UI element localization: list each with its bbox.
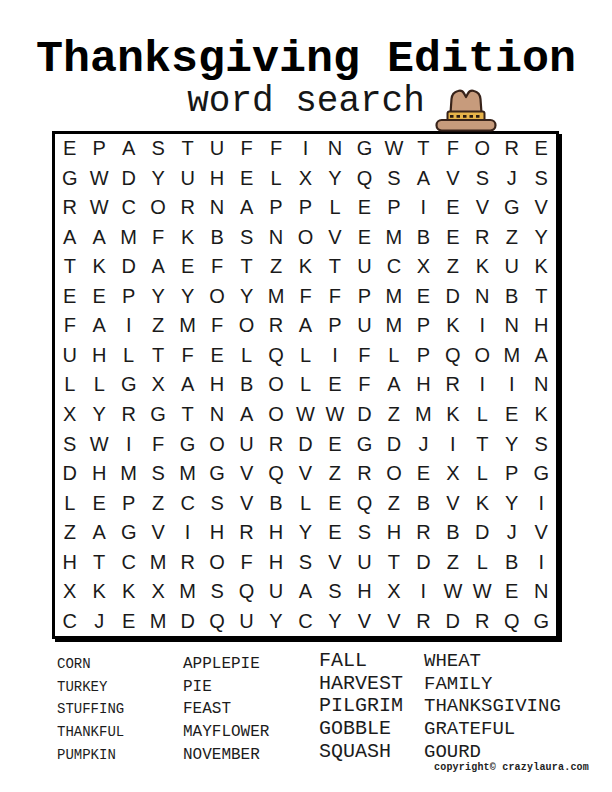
word-list-item: APPLEPIE	[183, 653, 269, 676]
grid-cell[interactable]: E	[497, 577, 526, 607]
grid-cell[interactable]: R	[261, 311, 290, 341]
grid-cell[interactable]: U	[55, 341, 84, 371]
grid-cell[interactable]: L	[468, 400, 497, 430]
grid-cell[interactable]: I	[320, 341, 349, 371]
grid-cell[interactable]: O	[202, 282, 231, 312]
grid-cell[interactable]: V	[143, 518, 172, 548]
grid-cell[interactable]: E	[320, 488, 349, 518]
grid-cell[interactable]: Q	[350, 488, 379, 518]
grid-cell[interactable]: E	[55, 134, 84, 164]
grid-cell[interactable]: E	[114, 606, 143, 636]
grid-cell[interactable]: S	[143, 459, 172, 489]
grid-cell[interactable]: I	[468, 370, 497, 400]
grid-cell[interactable]: O	[202, 429, 231, 459]
grid-cell[interactable]: H	[409, 370, 438, 400]
grid-cell[interactable]: Y	[173, 282, 202, 312]
grid-cell[interactable]: I	[497, 370, 526, 400]
grid-cell[interactable]: O	[202, 547, 231, 577]
grid-cell[interactable]: I	[409, 193, 438, 223]
grid-cell[interactable]: K	[291, 252, 320, 282]
grid-cell[interactable]: I	[409, 577, 438, 607]
grid-cell[interactable]: L	[379, 341, 408, 371]
grid-cell[interactable]: L	[232, 341, 261, 371]
grid-cell[interactable]: D	[291, 429, 320, 459]
grid-cell[interactable]: R	[173, 193, 202, 223]
grid-cell[interactable]: C	[173, 488, 202, 518]
grid-cell[interactable]: X	[55, 577, 84, 607]
grid-cell[interactable]: R	[232, 518, 261, 548]
grid-cell[interactable]: E	[202, 341, 231, 371]
grid-cell[interactable]: J	[497, 164, 526, 194]
grid-cell[interactable]: W	[468, 577, 497, 607]
grid-cell[interactable]: N	[527, 577, 556, 607]
grid-cell[interactable]: O	[468, 134, 497, 164]
word-list-item: GRATEFUL	[424, 718, 561, 741]
grid-cell[interactable]: B	[261, 488, 290, 518]
grid-cell[interactable]: U	[232, 606, 261, 636]
grid-cell[interactable]: Z	[438, 252, 467, 282]
grid-cell[interactable]: R	[409, 606, 438, 636]
grid-cell[interactable]: R	[497, 134, 526, 164]
grid-cell[interactable]: K	[438, 400, 467, 430]
grid-cell[interactable]: V	[232, 459, 261, 489]
grid-cell[interactable]: V	[320, 547, 349, 577]
grid-cell[interactable]: A	[84, 518, 113, 548]
grid-cell[interactable]: D	[379, 429, 408, 459]
grid-cell[interactable]: M	[173, 311, 202, 341]
grid-cell[interactable]: T	[84, 547, 113, 577]
grid-cell[interactable]: B	[232, 370, 261, 400]
grid-cell[interactable]: D	[114, 164, 143, 194]
grid-cell[interactable]: P	[409, 341, 438, 371]
grid-cell[interactable]: F	[350, 370, 379, 400]
grid-cell[interactable]: O	[143, 193, 172, 223]
grid-cell[interactable]: X	[409, 252, 438, 282]
grid-cell[interactable]: L	[291, 370, 320, 400]
grid-cell[interactable]: H	[202, 370, 231, 400]
word-list-column: APPLEPIEPIEFEASTMAYFLOWERNOVEMBER	[183, 650, 269, 766]
grid-cell[interactable]: A	[291, 311, 320, 341]
grid-cell[interactable]: P	[409, 311, 438, 341]
grid-cell[interactable]: R	[438, 370, 467, 400]
grid-cell[interactable]: Z	[497, 223, 526, 253]
grid-cell[interactable]: E	[84, 282, 113, 312]
grid-cell[interactable]: N	[202, 193, 231, 223]
word-search-grid: EPASTUFFINGWTFOREGWDYUHELXYQSAVSJSRWCORN…	[52, 131, 559, 639]
grid-cell[interactable]: S	[202, 577, 231, 607]
grid-cell[interactable]: I	[527, 547, 556, 577]
grid-cell[interactable]: T	[232, 252, 261, 282]
grid-cell[interactable]: Z	[379, 400, 408, 430]
grid-cell[interactable]: O	[261, 370, 290, 400]
grid-cell[interactable]: Y	[527, 223, 556, 253]
grid-cell[interactable]: O	[291, 223, 320, 253]
grid-cell[interactable]: O	[379, 459, 408, 489]
grid-cell[interactable]: V	[350, 606, 379, 636]
grid-cell[interactable]: H	[202, 164, 231, 194]
grid-cell[interactable]: R	[409, 518, 438, 548]
grid-cell[interactable]: X	[143, 577, 172, 607]
grid-cell[interactable]: Y	[84, 400, 113, 430]
grid-cell[interactable]: Z	[55, 518, 84, 548]
grid-cell[interactable]: U	[497, 252, 526, 282]
grid-cell[interactable]: A	[114, 134, 143, 164]
grid-cell[interactable]: O	[261, 400, 290, 430]
grid-cell[interactable]: F	[232, 547, 261, 577]
grid-cell[interactable]: X	[379, 577, 408, 607]
grid-cell[interactable]: I	[291, 134, 320, 164]
word-list-item: MAYFLOWER	[183, 721, 269, 744]
grid-cell[interactable]: W	[379, 134, 408, 164]
grid-cell[interactable]: M	[173, 577, 202, 607]
grid-cell[interactable]: I	[468, 311, 497, 341]
grid-cell[interactable]: M	[143, 547, 172, 577]
grid-cell[interactable]: W	[84, 193, 113, 223]
grid-cell[interactable]: M	[114, 459, 143, 489]
grid-cell[interactable]: C	[55, 606, 84, 636]
grid-cell[interactable]: S	[55, 429, 84, 459]
grid-cell[interactable]: H	[379, 518, 408, 548]
grid-cell[interactable]: S	[291, 547, 320, 577]
grid-cell[interactable]: N	[202, 400, 231, 430]
grid-cell[interactable]: B	[202, 223, 231, 253]
grid-cell[interactable]: D	[409, 547, 438, 577]
grid-cell[interactable]: I	[114, 429, 143, 459]
grid-cell[interactable]: G	[143, 400, 172, 430]
grid-cell[interactable]: G	[527, 606, 556, 636]
grid-cell[interactable]: Q	[497, 606, 526, 636]
grid-cell[interactable]: R	[350, 459, 379, 489]
page-subtitle: word search	[0, 84, 612, 120]
grid-cell[interactable]: Z	[143, 488, 172, 518]
grid-cell[interactable]: U	[173, 164, 202, 194]
grid-cell[interactable]: U	[261, 577, 290, 607]
grid-cell[interactable]: L	[261, 164, 290, 194]
grid-cell[interactable]: A	[173, 370, 202, 400]
grid-cell[interactable]: Q	[261, 459, 290, 489]
grid-cell[interactable]: F	[291, 282, 320, 312]
grid-cell[interactable]: J	[497, 518, 526, 548]
grid-cell[interactable]: A	[291, 577, 320, 607]
grid-cell[interactable]: G	[173, 429, 202, 459]
grid-cell[interactable]: V	[438, 164, 467, 194]
grid-cell[interactable]: W	[291, 400, 320, 430]
grid-cell[interactable]: Z	[320, 459, 349, 489]
grid-cell[interactable]: W	[84, 429, 113, 459]
grid-cell[interactable]: X	[143, 370, 172, 400]
grid-cell[interactable]: K	[438, 311, 467, 341]
grid-cell[interactable]: G	[55, 164, 84, 194]
grid-cell[interactable]: C	[379, 252, 408, 282]
grid-cell[interactable]: N	[320, 134, 349, 164]
grid-cell[interactable]: N	[261, 223, 290, 253]
grid-cell[interactable]: F	[143, 223, 172, 253]
grid-cell[interactable]: K	[114, 577, 143, 607]
grid-cell[interactable]: T	[143, 341, 172, 371]
grid-cell[interactable]: A	[232, 193, 261, 223]
grid-cell[interactable]: E	[320, 429, 349, 459]
grid-cell[interactable]: M	[114, 223, 143, 253]
grid-cell[interactable]: L	[320, 193, 349, 223]
grid-cell[interactable]: R	[468, 223, 497, 253]
grid-cell[interactable]: C	[291, 606, 320, 636]
grid-cell[interactable]: B	[497, 547, 526, 577]
grid-cell[interactable]: O	[232, 311, 261, 341]
grid-cell[interactable]: A	[84, 223, 113, 253]
grid-cell[interactable]: R	[173, 547, 202, 577]
grid-cell[interactable]: P	[320, 311, 349, 341]
grid-cell[interactable]: M	[379, 223, 408, 253]
grid-cell[interactable]: I	[114, 311, 143, 341]
grid-cell[interactable]: M	[173, 459, 202, 489]
grid-cell[interactable]: L	[55, 488, 84, 518]
grid-cell[interactable]: M	[379, 311, 408, 341]
grid-cell[interactable]: L	[468, 547, 497, 577]
word-list-item: PILGRIM	[319, 695, 403, 718]
grid-cell[interactable]: R	[114, 400, 143, 430]
grid-cell[interactable]: X	[55, 400, 84, 430]
grid-cell[interactable]: T	[379, 547, 408, 577]
grid-cell[interactable]: D	[438, 282, 467, 312]
grid-cell[interactable]: D	[468, 518, 497, 548]
grid-cell[interactable]: E	[55, 282, 84, 312]
grid-cell[interactable]: F	[261, 134, 290, 164]
grid-cell[interactable]: T	[527, 282, 556, 312]
grid-cell[interactable]: P	[291, 193, 320, 223]
grid-cell[interactable]: I	[438, 429, 467, 459]
grid-cell[interactable]: L	[291, 488, 320, 518]
grid-cell[interactable]: B	[497, 282, 526, 312]
grid-cell[interactable]: Y	[497, 429, 526, 459]
grid-cell[interactable]: A	[84, 311, 113, 341]
grid-cell[interactable]: I	[173, 518, 202, 548]
grid-cell[interactable]: S	[379, 164, 408, 194]
grid-cell[interactable]: D	[114, 252, 143, 282]
grid-cell[interactable]: E	[527, 134, 556, 164]
grid-cell[interactable]: P	[350, 282, 379, 312]
grid-cell[interactable]: T	[173, 134, 202, 164]
grid-cell[interactable]: N	[468, 282, 497, 312]
grid-cell[interactable]: H	[527, 311, 556, 341]
word-list-column: WHEATFAMILYTHANKSGIVINGGRATEFULGOURD	[424, 650, 561, 763]
grid-cell[interactable]: H	[261, 518, 290, 548]
grid-cell[interactable]: U	[202, 134, 231, 164]
grid-cell[interactable]: B	[409, 223, 438, 253]
grid-cell[interactable]: H	[84, 459, 113, 489]
grid-cell[interactable]: P	[379, 193, 408, 223]
grid-cell[interactable]: K	[84, 577, 113, 607]
grid-cell[interactable]: X	[291, 164, 320, 194]
grid-cell[interactable]: H	[55, 547, 84, 577]
grid-cell[interactable]: H	[202, 518, 231, 548]
grid-cell[interactable]: Q	[232, 577, 261, 607]
grid-cell[interactable]: E	[320, 518, 349, 548]
grid-cell[interactable]: Y	[320, 606, 349, 636]
grid-cell[interactable]: Y	[143, 282, 172, 312]
grid-cell[interactable]: D	[350, 400, 379, 430]
grid-cell[interactable]: R	[468, 606, 497, 636]
grid-cell[interactable]: J	[84, 606, 113, 636]
grid-cell[interactable]: C	[114, 193, 143, 223]
grid-cell[interactable]: L	[55, 370, 84, 400]
grid-cell[interactable]: P	[114, 488, 143, 518]
grid-cell[interactable]: R	[261, 429, 290, 459]
grid-cell[interactable]: P	[84, 134, 113, 164]
grid-cell[interactable]: E	[438, 193, 467, 223]
grid-cell[interactable]: I	[527, 488, 556, 518]
grid-cell[interactable]: U	[232, 429, 261, 459]
grid-cell[interactable]: X	[438, 459, 467, 489]
grid-cell[interactable]: Z	[438, 547, 467, 577]
grid-cell[interactable]: V	[527, 518, 556, 548]
grid-cell[interactable]: E	[84, 488, 113, 518]
grid-cell[interactable]: D	[55, 459, 84, 489]
grid-cell[interactable]: S	[527, 429, 556, 459]
grid-cell[interactable]: L	[291, 341, 320, 371]
grid-cell[interactable]: A	[379, 370, 408, 400]
grid-cell[interactable]: P	[497, 459, 526, 489]
grid-cell[interactable]: E	[350, 223, 379, 253]
grid-cell[interactable]: Q	[438, 341, 467, 371]
grid-cell[interactable]: K	[173, 223, 202, 253]
grid-cell[interactable]: Q	[350, 164, 379, 194]
grid-cell[interactable]: H	[350, 577, 379, 607]
grid-cell[interactable]: Z	[143, 311, 172, 341]
grid-cell[interactable]: N	[527, 370, 556, 400]
grid-cell[interactable]: V	[527, 193, 556, 223]
grid-cell[interactable]: E	[438, 223, 467, 253]
grid-cell[interactable]: S	[350, 518, 379, 548]
grid-cell[interactable]: E	[320, 370, 349, 400]
grid-cell[interactable]: N	[497, 311, 526, 341]
grid-cell[interactable]: V	[320, 223, 349, 253]
grid-cell[interactable]: D	[438, 606, 467, 636]
grid-cell[interactable]: B	[409, 488, 438, 518]
grid-cell[interactable]: S	[232, 223, 261, 253]
grid-cell[interactable]: C	[114, 547, 143, 577]
grid-cell[interactable]: G	[114, 518, 143, 548]
grid-cell[interactable]: Y	[320, 164, 349, 194]
grid-cell[interactable]: O	[468, 341, 497, 371]
grid-cell[interactable]: F	[143, 429, 172, 459]
grid-cell[interactable]: Z	[379, 488, 408, 518]
grid-cell[interactable]: E	[497, 400, 526, 430]
grid-cell[interactable]: U	[350, 252, 379, 282]
grid-cell[interactable]: U	[350, 547, 379, 577]
grid-cell[interactable]: V	[291, 459, 320, 489]
grid-cell[interactable]: E	[232, 164, 261, 194]
grid-cell[interactable]: E	[409, 459, 438, 489]
grid-cell[interactable]: Y	[143, 164, 172, 194]
grid-cell[interactable]: M	[409, 400, 438, 430]
grid-cell[interactable]: A	[143, 252, 172, 282]
grid-cell[interactable]: T	[320, 252, 349, 282]
grid-cell[interactable]: Y	[291, 518, 320, 548]
grid-cell[interactable]: F	[320, 282, 349, 312]
grid-cell[interactable]: G	[350, 134, 379, 164]
grid-cell[interactable]: U	[350, 311, 379, 341]
grid-cell[interactable]: K	[527, 400, 556, 430]
grid-cell[interactable]: T	[55, 252, 84, 282]
grid-cell[interactable]: E	[173, 252, 202, 282]
grid-cell[interactable]: F	[350, 341, 379, 371]
grid-cell[interactable]: G	[497, 193, 526, 223]
grid-cell[interactable]: T	[409, 134, 438, 164]
grid-cell[interactable]: V	[438, 488, 467, 518]
grid-cell[interactable]: W	[320, 400, 349, 430]
grid-cell[interactable]: M	[261, 282, 290, 312]
grid-cell[interactable]: L	[468, 459, 497, 489]
grid-cell[interactable]: K	[468, 488, 497, 518]
grid-cell[interactable]: D	[173, 606, 202, 636]
grid-cell[interactable]: E	[350, 193, 379, 223]
grid-cell[interactable]: Y	[261, 606, 290, 636]
grid-cell[interactable]: W	[84, 164, 113, 194]
grid-cell[interactable]: S	[527, 164, 556, 194]
grid-cell[interactable]: W	[438, 577, 467, 607]
grid-cell[interactable]: S	[143, 134, 172, 164]
word-list-item: THANKSGIVING	[424, 695, 561, 718]
grid-cell[interactable]: K	[84, 252, 113, 282]
grid-cell[interactable]: M	[379, 282, 408, 312]
grid-cell[interactable]: V	[232, 488, 261, 518]
grid-cell[interactable]: T	[468, 429, 497, 459]
grid-cell[interactable]: P	[261, 193, 290, 223]
grid-cell[interactable]: H	[261, 547, 290, 577]
grid-cell[interactable]: S	[468, 164, 497, 194]
grid-cell[interactable]: F	[202, 311, 231, 341]
grid-cell[interactable]: M	[143, 606, 172, 636]
grid-cell[interactable]: B	[438, 518, 467, 548]
grid-cell[interactable]: G	[350, 429, 379, 459]
grid-cell[interactable]: F	[438, 134, 467, 164]
grid-cell[interactable]: L	[114, 341, 143, 371]
grid-cell[interactable]: A	[232, 400, 261, 430]
pilgrim-hat-icon	[435, 86, 497, 133]
grid-cell[interactable]: A	[409, 164, 438, 194]
grid-cell[interactable]: Y	[497, 488, 526, 518]
grid-cell[interactable]: V	[468, 193, 497, 223]
grid-cell[interactable]: E	[409, 282, 438, 312]
grid-cell[interactable]: M	[497, 341, 526, 371]
grid-cell[interactable]: G	[527, 459, 556, 489]
grid-cell[interactable]: K	[527, 252, 556, 282]
grid-cell[interactable]: V	[379, 606, 408, 636]
grid-cell[interactable]: H	[84, 341, 113, 371]
grid-cell[interactable]: G	[202, 459, 231, 489]
grid-cell[interactable]: T	[173, 400, 202, 430]
grid-cell[interactable]: S	[320, 577, 349, 607]
grid-cell[interactable]: F	[55, 311, 84, 341]
grid-cell[interactable]: P	[114, 282, 143, 312]
grid-cell[interactable]: K	[468, 252, 497, 282]
grid-cell[interactable]: Y	[232, 282, 261, 312]
grid-cell[interactable]: G	[114, 370, 143, 400]
grid-cell[interactable]: J	[409, 429, 438, 459]
grid-cell[interactable]: Q	[202, 606, 231, 636]
grid-cell[interactable]: F	[173, 341, 202, 371]
grid-cell[interactable]: R	[55, 193, 84, 223]
grid-cell[interactable]: A	[527, 341, 556, 371]
grid-cell[interactable]: F	[232, 134, 261, 164]
grid-cell[interactable]: L	[84, 370, 113, 400]
grid-cell[interactable]: F	[202, 252, 231, 282]
grid-cell[interactable]: Z	[261, 252, 290, 282]
grid-cell[interactable]: Q	[261, 341, 290, 371]
word-list-item: THANKFUL	[57, 721, 124, 744]
grid-cell[interactable]: S	[202, 488, 231, 518]
grid-cell[interactable]: A	[55, 223, 84, 253]
